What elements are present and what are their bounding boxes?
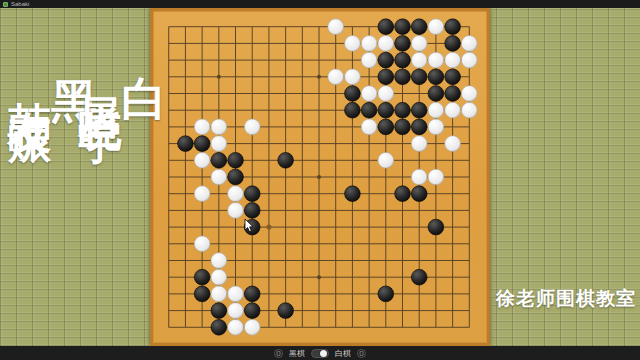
black-stone xyxy=(345,186,361,202)
black-stone xyxy=(411,69,427,85)
app-title: Sabaki xyxy=(11,0,29,8)
background-mat: 黑 韩友赈 白 屠晓宇 xyxy=(0,8,640,346)
white-stone xyxy=(228,319,244,335)
white-stone xyxy=(361,119,377,135)
white-stone xyxy=(428,169,444,185)
white-stone xyxy=(428,102,444,118)
white-turn-label: 白棋 xyxy=(335,348,351,359)
white-stone xyxy=(428,52,444,68)
black-stone xyxy=(395,36,411,52)
black-stone xyxy=(194,136,210,152)
white-stone xyxy=(228,286,244,302)
black-stone xyxy=(428,86,444,102)
white-stone xyxy=(211,286,227,302)
white-stone xyxy=(445,136,461,152)
title-bar: Sabaki xyxy=(0,0,640,8)
black-stone xyxy=(445,36,461,52)
black-turn-label: 黑棋 xyxy=(289,348,305,359)
white-stone xyxy=(461,102,477,118)
white-stone xyxy=(378,36,394,52)
black-stone xyxy=(345,102,361,118)
white-stone xyxy=(461,52,477,68)
white-stone xyxy=(211,253,227,269)
black-stone xyxy=(395,186,411,202)
white-stone xyxy=(428,119,444,135)
black-stone xyxy=(411,102,427,118)
white-stone xyxy=(361,36,377,52)
black-stone xyxy=(378,102,394,118)
white-stone xyxy=(211,136,227,152)
black-stone xyxy=(395,19,411,35)
black-stone xyxy=(445,86,461,102)
black-stone xyxy=(378,119,394,135)
turn-toggle[interactable] xyxy=(311,349,329,358)
black-stone xyxy=(211,319,227,335)
black-stone xyxy=(194,286,210,302)
white-stone xyxy=(345,36,361,52)
black-stone xyxy=(395,102,411,118)
player-white-side-label: 白 xyxy=(122,40,168,92)
player-white-column: 白 屠晓宇 xyxy=(78,40,168,92)
white-stone xyxy=(211,269,227,285)
white-stone xyxy=(211,119,227,135)
white-stone xyxy=(411,52,427,68)
white-stone xyxy=(194,186,210,202)
white-stone xyxy=(428,19,444,35)
black-stone xyxy=(395,52,411,68)
hoshi-dot xyxy=(317,275,321,279)
white-stone xyxy=(228,203,244,219)
black-stone xyxy=(445,19,461,35)
black-stone xyxy=(345,86,361,102)
white-stone xyxy=(345,69,361,85)
white-stone xyxy=(411,136,427,152)
black-stone xyxy=(244,286,260,302)
black-stone xyxy=(411,19,427,35)
black-stone xyxy=(411,119,427,135)
black-stone xyxy=(378,19,394,35)
black-stone xyxy=(378,286,394,302)
black-stone xyxy=(244,303,260,319)
white-stone xyxy=(228,303,244,319)
black-stone xyxy=(411,186,427,202)
white-stone xyxy=(461,86,477,102)
app-window: Sabaki 黑 韩友赈 白 屠晓宇 xyxy=(0,0,640,360)
hover-dot-marker xyxy=(266,225,271,230)
white-stone xyxy=(328,19,344,35)
go-board[interactable] xyxy=(150,8,490,346)
status-bar: 0 黑棋 白棋 0 xyxy=(0,346,640,360)
hoshi-dot xyxy=(317,175,321,179)
white-stone xyxy=(211,169,227,185)
white-stone xyxy=(361,52,377,68)
white-stone xyxy=(445,102,461,118)
black-stone xyxy=(244,203,260,219)
black-stone xyxy=(278,152,294,168)
white-stone xyxy=(378,152,394,168)
white-stone xyxy=(244,119,260,135)
white-stone xyxy=(461,36,477,52)
black-stone xyxy=(411,269,427,285)
black-stone xyxy=(428,219,444,235)
player-black-name: 韩友赈 xyxy=(8,66,52,96)
markers-layer xyxy=(266,225,271,230)
white-stone xyxy=(411,169,427,185)
black-stone xyxy=(178,136,194,152)
hoshi-dot xyxy=(217,75,221,79)
white-stone xyxy=(361,86,377,102)
black-stone xyxy=(211,303,227,319)
black-stone xyxy=(361,102,377,118)
black-stone xyxy=(194,269,210,285)
black-stone xyxy=(278,303,294,319)
black-stone xyxy=(428,69,444,85)
mouse-cursor-icon xyxy=(244,219,256,233)
black-stone xyxy=(445,69,461,85)
white-stone xyxy=(378,86,394,102)
watermark-text: 徐老师围棋教室 xyxy=(496,286,636,312)
white-stone xyxy=(244,319,260,335)
black-stone xyxy=(211,152,227,168)
white-stone xyxy=(194,119,210,135)
white-stone xyxy=(194,152,210,168)
black-stone xyxy=(244,186,260,202)
player-white-name: 屠晓宇 xyxy=(78,62,122,92)
black-stone xyxy=(378,69,394,85)
black-capture-count: 0 xyxy=(274,349,283,358)
white-capture-count: 0 xyxy=(357,349,366,358)
black-stone xyxy=(378,52,394,68)
white-stone xyxy=(411,36,427,52)
white-stone xyxy=(445,52,461,68)
white-stone xyxy=(228,186,244,202)
black-stone xyxy=(228,169,244,185)
black-stone xyxy=(228,152,244,168)
black-stone xyxy=(395,69,411,85)
white-stone xyxy=(328,69,344,85)
white-stone xyxy=(194,236,210,252)
hoshi-dot xyxy=(317,75,321,79)
app-icon xyxy=(3,2,8,7)
black-stone xyxy=(395,119,411,135)
toggle-knob-icon xyxy=(320,350,327,357)
board-svg xyxy=(153,11,487,343)
